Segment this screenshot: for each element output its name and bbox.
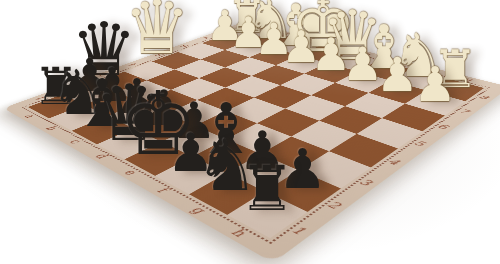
chess-set-product-photo: aabbccddeeffgghh1122334455667788 ♜♞♟♝♟♚♛… [0,0,500,264]
